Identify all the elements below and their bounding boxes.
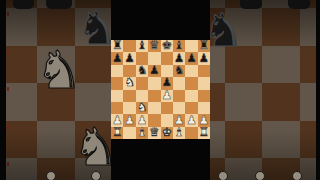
background-pawn-top [292,171,302,180]
video-frame: ♞♞♞♞ ♜♝♛♚♝♜♟♟♟♟♟♞♟♞♞♟♟♞♟♟♟♟♟♟♜♝♛♚♝♜ [0,0,320,180]
piece-white-pawn[interactable]: ♟ [161,90,172,102]
square-h6[interactable] [198,65,210,77]
square-c5[interactable] [136,77,148,89]
left-edge-bar [0,0,6,180]
square-d8[interactable]: ♛ [148,40,160,52]
square-d3[interactable] [148,102,160,114]
square-a7[interactable]: ♟ [111,52,123,64]
square-e1[interactable]: ♚ [161,127,173,139]
piece-black-pawn[interactable]: ♟ [186,53,197,65]
square-c1[interactable]: ♝ [136,127,148,139]
piece-white-knight[interactable]: ♞ [124,77,135,89]
background-piece-base [240,0,262,9]
square-h4[interactable] [198,90,210,102]
square-g7[interactable]: ♟ [185,52,197,64]
square-g5[interactable] [185,77,197,89]
square-b1[interactable] [123,127,135,139]
piece-white-rook[interactable]: ♜ [199,127,210,139]
square-f4[interactable] [173,90,185,102]
piece-white-bishop[interactable]: ♝ [137,127,148,139]
background-piece-base [288,0,310,9]
background-pawn-top [218,171,228,180]
piece-white-queen[interactable]: ♛ [149,127,160,139]
square-a6[interactable] [111,65,123,77]
square-h5[interactable] [198,77,210,89]
piece-black-pawn[interactable]: ♟ [112,53,123,65]
piece-black-king[interactable]: ♚ [161,40,172,52]
square-g4[interactable] [185,90,197,102]
background-piece-base [13,0,34,9]
square-b7[interactable]: ♟ [123,52,135,64]
square-e3[interactable] [161,102,173,114]
square-c8[interactable]: ♝ [136,40,148,52]
piece-black-bishop[interactable]: ♝ [137,40,148,52]
square-d1[interactable]: ♛ [148,127,160,139]
background-white-knight-icon: ♞ [36,44,83,96]
square-f6[interactable]: ♞ [173,65,185,77]
piece-black-pawn[interactable]: ♟ [149,65,160,77]
square-d6[interactable]: ♟ [148,65,160,77]
chess-board[interactable]: ♜♝♛♚♝♜♟♟♟♟♟♞♟♞♞♟♟♞♟♟♟♟♟♟♜♝♛♚♝♜ [111,40,210,139]
piece-black-knight[interactable]: ♞ [174,65,185,77]
square-c6[interactable]: ♞ [136,65,148,77]
piece-white-bishop[interactable]: ♝ [174,127,185,139]
background-pawn-top [91,171,101,180]
square-h7[interactable]: ♟ [198,52,210,64]
square-g1[interactable] [185,127,197,139]
square-g6[interactable] [185,65,197,77]
square-d5[interactable] [148,77,160,89]
square-e7[interactable] [161,52,173,64]
right-edge-bar [316,0,320,180]
piece-black-queen[interactable]: ♛ [149,40,160,52]
square-e8[interactable]: ♚ [161,40,173,52]
piece-black-pawn[interactable]: ♟ [199,53,210,65]
square-f1[interactable]: ♝ [173,127,185,139]
background-piece-base [46,0,72,9]
piece-white-pawn[interactable]: ♟ [186,115,197,127]
square-a1[interactable]: ♜ [111,127,123,139]
piece-white-king[interactable]: ♚ [161,127,172,139]
square-a5[interactable] [111,77,123,89]
piece-white-rook[interactable]: ♜ [112,127,123,139]
square-e4[interactable]: ♟ [161,90,173,102]
piece-black-pawn[interactable]: ♟ [124,53,135,65]
square-g2[interactable]: ♟ [185,114,197,126]
square-h1[interactable]: ♜ [198,127,210,139]
background-pawn-top [46,171,56,180]
piece-black-knight[interactable]: ♞ [137,65,148,77]
square-b4[interactable] [123,90,135,102]
square-b5[interactable]: ♞ [123,77,135,89]
square-b2[interactable]: ♟ [123,114,135,126]
square-d4[interactable] [148,90,160,102]
square-a4[interactable] [111,90,123,102]
piece-white-pawn[interactable]: ♟ [124,115,135,127]
background-pawn-top [255,171,265,180]
square-f5[interactable] [173,77,185,89]
